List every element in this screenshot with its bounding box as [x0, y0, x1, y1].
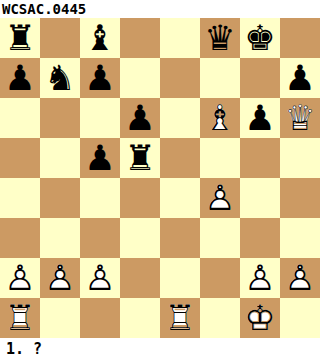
white-pawn-piece: ♟♙	[80, 258, 120, 298]
square-a6[interactable]	[0, 98, 40, 138]
chess-board: ♜♝♛♚♟♞♟♟♟♝♗♟♛♕♟♜♟♙♟♙♟♙♟♙♟♙♟♙♜♖♜♖♚♔	[0, 18, 320, 338]
white-pawn-piece: ♟♙	[280, 258, 320, 298]
square-h8[interactable]	[280, 18, 320, 58]
square-a7[interactable]: ♟	[0, 58, 40, 98]
white-pawn-piece: ♟♙	[240, 258, 280, 298]
black-pawn-piece: ♟	[120, 98, 160, 138]
black-queen-piece: ♛	[200, 18, 240, 58]
black-king-piece: ♚	[240, 18, 280, 58]
square-b1[interactable]	[40, 298, 80, 338]
square-b2[interactable]: ♟♙	[40, 258, 80, 298]
square-h1[interactable]	[280, 298, 320, 338]
square-c5[interactable]: ♟	[80, 138, 120, 178]
square-c8[interactable]: ♝	[80, 18, 120, 58]
white-rook-piece: ♜♖	[0, 298, 40, 338]
square-g5[interactable]	[240, 138, 280, 178]
square-h5[interactable]	[280, 138, 320, 178]
square-d6[interactable]: ♟	[120, 98, 160, 138]
square-f5[interactable]	[200, 138, 240, 178]
puzzle-title: WCSAC.0445	[0, 0, 320, 18]
square-f6[interactable]: ♝♗	[200, 98, 240, 138]
black-pawn-piece: ♟	[80, 58, 120, 98]
square-b4[interactable]	[40, 178, 80, 218]
square-a5[interactable]	[0, 138, 40, 178]
black-bishop-piece: ♝	[80, 18, 120, 58]
square-h2[interactable]: ♟♙	[280, 258, 320, 298]
square-f1[interactable]	[200, 298, 240, 338]
square-g3[interactable]	[240, 218, 280, 258]
square-c6[interactable]	[80, 98, 120, 138]
square-g4[interactable]	[240, 178, 280, 218]
white-pawn-piece: ♟♙	[40, 258, 80, 298]
white-rook-piece: ♜♖	[160, 298, 200, 338]
black-pawn-piece: ♟	[0, 58, 40, 98]
square-b7[interactable]: ♞	[40, 58, 80, 98]
square-e1[interactable]: ♜♖	[160, 298, 200, 338]
square-g2[interactable]: ♟♙	[240, 258, 280, 298]
square-a8[interactable]: ♜	[0, 18, 40, 58]
puzzle-window: WCSAC.0445 ♜♝♛♚♟♞♟♟♟♝♗♟♛♕♟♜♟♙♟♙♟♙♟♙♟♙♟♙♜…	[0, 0, 320, 360]
square-b5[interactable]	[40, 138, 80, 178]
square-d4[interactable]	[120, 178, 160, 218]
black-pawn-piece: ♟	[80, 138, 120, 178]
square-f3[interactable]	[200, 218, 240, 258]
square-d8[interactable]	[120, 18, 160, 58]
square-a3[interactable]	[0, 218, 40, 258]
square-f7[interactable]	[200, 58, 240, 98]
square-h6[interactable]: ♛♕	[280, 98, 320, 138]
square-e4[interactable]	[160, 178, 200, 218]
black-pawn-piece: ♟	[240, 98, 280, 138]
square-a2[interactable]: ♟♙	[0, 258, 40, 298]
move-prompt: 1. ?	[0, 338, 320, 360]
square-f8[interactable]: ♛	[200, 18, 240, 58]
square-h7[interactable]: ♟	[280, 58, 320, 98]
white-king-piece: ♚♔	[240, 298, 280, 338]
square-a4[interactable]	[0, 178, 40, 218]
square-h3[interactable]	[280, 218, 320, 258]
square-a1[interactable]: ♜♖	[0, 298, 40, 338]
square-h4[interactable]	[280, 178, 320, 218]
square-b3[interactable]	[40, 218, 80, 258]
square-e6[interactable]	[160, 98, 200, 138]
square-c1[interactable]	[80, 298, 120, 338]
square-d3[interactable]	[120, 218, 160, 258]
square-g7[interactable]	[240, 58, 280, 98]
white-pawn-piece: ♟♙	[0, 258, 40, 298]
square-f4[interactable]: ♟♙	[200, 178, 240, 218]
square-g1[interactable]: ♚♔	[240, 298, 280, 338]
square-c3[interactable]	[80, 218, 120, 258]
square-g8[interactable]: ♚	[240, 18, 280, 58]
square-b8[interactable]	[40, 18, 80, 58]
square-f2[interactable]	[200, 258, 240, 298]
black-rook-piece: ♜	[120, 138, 160, 178]
square-d7[interactable]	[120, 58, 160, 98]
square-e8[interactable]	[160, 18, 200, 58]
square-e2[interactable]	[160, 258, 200, 298]
square-d2[interactable]	[120, 258, 160, 298]
white-queen-piece: ♛♕	[280, 98, 320, 138]
square-c2[interactable]: ♟♙	[80, 258, 120, 298]
square-c4[interactable]	[80, 178, 120, 218]
square-b6[interactable]	[40, 98, 80, 138]
black-rook-piece: ♜	[0, 18, 40, 58]
square-d1[interactable]	[120, 298, 160, 338]
square-g6[interactable]: ♟	[240, 98, 280, 138]
square-d5[interactable]: ♜	[120, 138, 160, 178]
black-knight-piece: ♞	[40, 58, 80, 98]
white-bishop-piece: ♝♗	[200, 98, 240, 138]
square-e5[interactable]	[160, 138, 200, 178]
square-c7[interactable]: ♟	[80, 58, 120, 98]
black-pawn-piece: ♟	[280, 58, 320, 98]
white-pawn-piece: ♟♙	[200, 178, 240, 218]
square-e7[interactable]	[160, 58, 200, 98]
square-e3[interactable]	[160, 218, 200, 258]
